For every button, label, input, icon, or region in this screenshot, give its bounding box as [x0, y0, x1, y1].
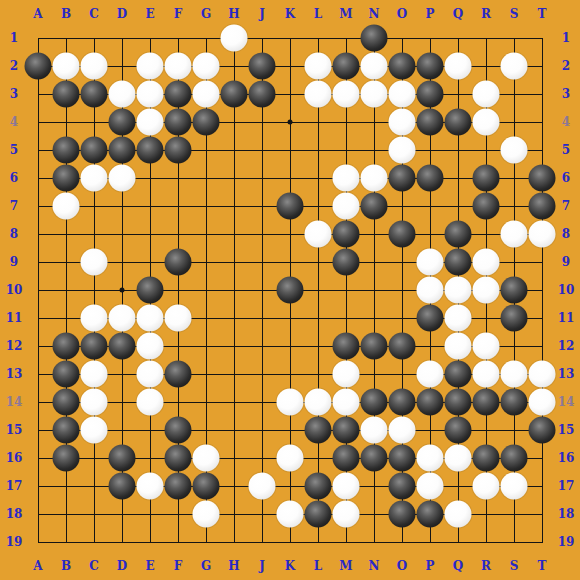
- go-board[interactable]: ABCDEFGHJKLMNOPQRST ABCDEFGHJKLMNOPQRST …: [0, 0, 580, 580]
- black-stone-R6: [473, 165, 500, 192]
- coordinate-label-3: 3: [553, 87, 579, 101]
- white-stone-S5: [501, 137, 528, 164]
- coordinate-label-4: 4: [553, 115, 579, 129]
- black-stone-K7: [277, 193, 304, 220]
- black-stone-R7: [473, 193, 500, 220]
- black-stone-C12: [81, 333, 108, 360]
- coordinate-label-5: 5: [553, 143, 579, 157]
- black-stone-N16: [361, 445, 388, 472]
- coordinate-label-J: J: [249, 7, 275, 21]
- white-stone-F2: [165, 53, 192, 80]
- coordinate-label-19: 19: [553, 535, 579, 549]
- white-stone-G2: [193, 53, 220, 80]
- white-stone-L14: [305, 389, 332, 416]
- coordinate-label-E: E: [137, 7, 163, 21]
- black-stone-B12: [53, 333, 80, 360]
- white-stone-Q2: [445, 53, 472, 80]
- coordinate-label-C: C: [81, 7, 107, 21]
- black-stone-M16: [333, 445, 360, 472]
- black-stone-J2: [249, 53, 276, 80]
- black-stone-Q9: [445, 249, 472, 276]
- coordinate-label-18: 18: [1, 507, 27, 521]
- coordinate-label-14: 14: [553, 395, 579, 409]
- coordinate-label-15: 15: [1, 423, 27, 437]
- coordinate-label-G: G: [193, 559, 219, 573]
- white-stone-P17: [417, 473, 444, 500]
- white-stone-E14: [137, 389, 164, 416]
- white-stone-R9: [473, 249, 500, 276]
- black-stone-D17: [109, 473, 136, 500]
- coordinate-label-11: 11: [1, 311, 27, 325]
- white-stone-K14: [277, 389, 304, 416]
- black-stone-R14: [473, 389, 500, 416]
- coordinate-label-O: O: [389, 559, 415, 573]
- coordinate-label-12: 12: [1, 339, 27, 353]
- white-stone-T8: [529, 221, 556, 248]
- white-stone-S8: [501, 221, 528, 248]
- coordinate-label-M: M: [333, 559, 359, 573]
- white-stone-E4: [137, 109, 164, 136]
- black-stone-B15: [53, 417, 80, 444]
- coordinate-label-S: S: [501, 7, 527, 21]
- black-stone-M8: [333, 221, 360, 248]
- coordinate-label-15: 15: [553, 423, 579, 437]
- white-stone-T13: [529, 361, 556, 388]
- coordinate-label-O: O: [389, 7, 415, 21]
- coordinate-label-B: B: [53, 559, 79, 573]
- coordinate-label-18: 18: [553, 507, 579, 521]
- coordinate-label-A: A: [25, 7, 51, 21]
- black-stone-C3: [81, 81, 108, 108]
- black-stone-T7: [529, 193, 556, 220]
- coordinate-label-2: 2: [553, 59, 579, 73]
- coordinate-label-D: D: [109, 7, 135, 21]
- white-stone-J17: [249, 473, 276, 500]
- coordinate-label-11: 11: [553, 311, 579, 325]
- white-stone-R12: [473, 333, 500, 360]
- white-stone-L8: [305, 221, 332, 248]
- coordinate-label-1: 1: [1, 31, 27, 45]
- black-stone-F16: [165, 445, 192, 472]
- coordinate-label-Q: Q: [445, 559, 471, 573]
- coordinate-label-N: N: [361, 559, 387, 573]
- white-stone-M3: [333, 81, 360, 108]
- white-stone-E3: [137, 81, 164, 108]
- white-stone-L3: [305, 81, 332, 108]
- white-stone-C11: [81, 305, 108, 332]
- white-stone-R13: [473, 361, 500, 388]
- coordinate-label-K: K: [277, 559, 303, 573]
- white-stone-M6: [333, 165, 360, 192]
- coordinate-label-10: 10: [553, 283, 579, 297]
- black-stone-G17: [193, 473, 220, 500]
- black-stone-B13: [53, 361, 80, 388]
- black-stone-O8: [389, 221, 416, 248]
- coordinate-label-17: 17: [553, 479, 579, 493]
- star-point: [288, 120, 293, 125]
- black-stone-D5: [109, 137, 136, 164]
- black-stone-J3: [249, 81, 276, 108]
- black-stone-P3: [417, 81, 444, 108]
- black-stone-C5: [81, 137, 108, 164]
- coordinate-label-8: 8: [1, 227, 27, 241]
- go-app-screen: ABCDEFGHJKLMNOPQRST ABCDEFGHJKLMNOPQRST …: [0, 0, 580, 580]
- black-stone-O6: [389, 165, 416, 192]
- white-stone-K18: [277, 501, 304, 528]
- white-stone-O5: [389, 137, 416, 164]
- black-stone-F15: [165, 417, 192, 444]
- coordinate-label-12: 12: [553, 339, 579, 353]
- black-stone-H3: [221, 81, 248, 108]
- coordinate-label-7: 7: [1, 199, 27, 213]
- black-stone-F4: [165, 109, 192, 136]
- white-stone-N15: [361, 417, 388, 444]
- white-stone-C14: [81, 389, 108, 416]
- black-stone-B3: [53, 81, 80, 108]
- coordinate-label-G: G: [193, 7, 219, 21]
- coordinate-label-B: B: [53, 7, 79, 21]
- coordinate-label-9: 9: [553, 255, 579, 269]
- black-stone-O18: [389, 501, 416, 528]
- white-stone-C6: [81, 165, 108, 192]
- white-stone-P9: [417, 249, 444, 276]
- white-stone-M7: [333, 193, 360, 220]
- white-stone-B2: [53, 53, 80, 80]
- black-stone-F13: [165, 361, 192, 388]
- black-stone-P11: [417, 305, 444, 332]
- black-stone-K10: [277, 277, 304, 304]
- black-stone-M2: [333, 53, 360, 80]
- coordinate-label-3: 3: [1, 87, 27, 101]
- black-stone-F5: [165, 137, 192, 164]
- white-stone-R10: [473, 277, 500, 304]
- white-stone-G16: [193, 445, 220, 472]
- black-stone-B14: [53, 389, 80, 416]
- coordinate-label-6: 6: [1, 171, 27, 185]
- coordinate-label-13: 13: [1, 367, 27, 381]
- white-stone-E11: [137, 305, 164, 332]
- white-stone-M17: [333, 473, 360, 500]
- black-stone-P2: [417, 53, 444, 80]
- coordinate-label-14: 14: [1, 395, 27, 409]
- white-stone-M18: [333, 501, 360, 528]
- white-stone-C15: [81, 417, 108, 444]
- black-stone-N12: [361, 333, 388, 360]
- coordinate-label-7: 7: [553, 199, 579, 213]
- white-stone-R17: [473, 473, 500, 500]
- coordinate-label-H: H: [221, 559, 247, 573]
- black-stone-D12: [109, 333, 136, 360]
- black-stone-P14: [417, 389, 444, 416]
- white-stone-S17: [501, 473, 528, 500]
- black-stone-S10: [501, 277, 528, 304]
- white-stone-M14: [333, 389, 360, 416]
- black-stone-Q15: [445, 417, 472, 444]
- black-stone-F17: [165, 473, 192, 500]
- coordinate-label-E: E: [137, 559, 163, 573]
- coordinate-label-10: 10: [1, 283, 27, 297]
- white-stone-B7: [53, 193, 80, 220]
- black-stone-F3: [165, 81, 192, 108]
- black-stone-Q4: [445, 109, 472, 136]
- coordinate-label-Q: Q: [445, 7, 471, 21]
- black-stone-B16: [53, 445, 80, 472]
- white-stone-P10: [417, 277, 444, 304]
- white-stone-G3: [193, 81, 220, 108]
- black-stone-Q8: [445, 221, 472, 248]
- black-stone-G4: [193, 109, 220, 136]
- white-stone-O3: [389, 81, 416, 108]
- coordinate-label-T: T: [529, 7, 555, 21]
- black-stone-P4: [417, 109, 444, 136]
- white-stone-R3: [473, 81, 500, 108]
- coordinate-label-5: 5: [1, 143, 27, 157]
- black-stone-S11: [501, 305, 528, 332]
- black-stone-P6: [417, 165, 444, 192]
- white-stone-Q12: [445, 333, 472, 360]
- black-stone-N7: [361, 193, 388, 220]
- black-stone-A2: [25, 53, 52, 80]
- coordinate-label-H: H: [221, 7, 247, 21]
- white-stone-Q16: [445, 445, 472, 472]
- black-stone-N1: [361, 25, 388, 52]
- white-stone-O4: [389, 109, 416, 136]
- black-stone-Q13: [445, 361, 472, 388]
- white-stone-P13: [417, 361, 444, 388]
- coordinate-label-F: F: [165, 7, 191, 21]
- coordinate-label-L: L: [305, 559, 331, 573]
- star-point: [120, 288, 125, 293]
- coordinate-label-J: J: [249, 559, 275, 573]
- coordinate-label-6: 6: [553, 171, 579, 185]
- black-stone-M15: [333, 417, 360, 444]
- black-stone-L15: [305, 417, 332, 444]
- coordinate-label-P: P: [417, 7, 443, 21]
- white-stone-D11: [109, 305, 136, 332]
- coordinate-label-T: T: [529, 559, 555, 573]
- coordinate-label-1: 1: [553, 31, 579, 45]
- coordinate-label-19: 19: [1, 535, 27, 549]
- black-stone-T6: [529, 165, 556, 192]
- white-stone-N6: [361, 165, 388, 192]
- coordinate-label-8: 8: [553, 227, 579, 241]
- white-stone-Q10: [445, 277, 472, 304]
- black-stone-M9: [333, 249, 360, 276]
- coordinate-label-N: N: [361, 7, 387, 21]
- coordinate-label-R: R: [473, 7, 499, 21]
- white-stone-D6: [109, 165, 136, 192]
- black-stone-Q14: [445, 389, 472, 416]
- white-stone-O15: [389, 417, 416, 444]
- coordinate-label-C: C: [81, 559, 107, 573]
- coordinate-label-R: R: [473, 559, 499, 573]
- white-stone-C2: [81, 53, 108, 80]
- black-stone-S14: [501, 389, 528, 416]
- white-stone-N3: [361, 81, 388, 108]
- white-stone-F11: [165, 305, 192, 332]
- black-stone-D16: [109, 445, 136, 472]
- coordinate-label-2: 2: [1, 59, 27, 73]
- white-stone-G18: [193, 501, 220, 528]
- coordinate-label-16: 16: [1, 451, 27, 465]
- black-stone-N14: [361, 389, 388, 416]
- black-stone-O2: [389, 53, 416, 80]
- white-stone-E17: [137, 473, 164, 500]
- coordinate-label-F: F: [165, 559, 191, 573]
- white-stone-H1: [221, 25, 248, 52]
- white-stone-E2: [137, 53, 164, 80]
- black-stone-O17: [389, 473, 416, 500]
- white-stone-D3: [109, 81, 136, 108]
- coordinate-label-4: 4: [1, 115, 27, 129]
- coordinate-label-13: 13: [553, 367, 579, 381]
- black-stone-P18: [417, 501, 444, 528]
- black-stone-B5: [53, 137, 80, 164]
- black-stone-D4: [109, 109, 136, 136]
- white-stone-L2: [305, 53, 332, 80]
- coordinate-label-P: P: [417, 559, 443, 573]
- white-stone-R4: [473, 109, 500, 136]
- white-stone-Q11: [445, 305, 472, 332]
- black-stone-O12: [389, 333, 416, 360]
- coordinate-label-L: L: [305, 7, 331, 21]
- coordinate-label-S: S: [501, 559, 527, 573]
- coordinate-label-16: 16: [553, 451, 579, 465]
- coordinate-label-17: 17: [1, 479, 27, 493]
- white-stone-N2: [361, 53, 388, 80]
- black-stone-M12: [333, 333, 360, 360]
- black-stone-B6: [53, 165, 80, 192]
- coordinate-label-K: K: [277, 7, 303, 21]
- white-stone-P16: [417, 445, 444, 472]
- black-stone-O14: [389, 389, 416, 416]
- white-stone-S13: [501, 361, 528, 388]
- white-stone-C9: [81, 249, 108, 276]
- black-stone-L18: [305, 501, 332, 528]
- white-stone-E13: [137, 361, 164, 388]
- white-stone-S2: [501, 53, 528, 80]
- black-stone-T15: [529, 417, 556, 444]
- black-stone-R16: [473, 445, 500, 472]
- white-stone-K16: [277, 445, 304, 472]
- white-stone-Q18: [445, 501, 472, 528]
- black-stone-L17: [305, 473, 332, 500]
- coordinate-label-A: A: [25, 559, 51, 573]
- coordinate-label-M: M: [333, 7, 359, 21]
- white-stone-M13: [333, 361, 360, 388]
- white-stone-E12: [137, 333, 164, 360]
- black-stone-E10: [137, 277, 164, 304]
- black-stone-O16: [389, 445, 416, 472]
- coordinate-label-9: 9: [1, 255, 27, 269]
- white-stone-C13: [81, 361, 108, 388]
- black-stone-E5: [137, 137, 164, 164]
- black-stone-S16: [501, 445, 528, 472]
- black-stone-F9: [165, 249, 192, 276]
- white-stone-T14: [529, 389, 556, 416]
- coordinate-label-D: D: [109, 559, 135, 573]
